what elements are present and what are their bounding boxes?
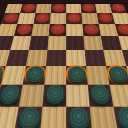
square-c1[interactable] xyxy=(14,107,42,128)
red-piece-h6[interactable] xyxy=(116,24,128,35)
square-h7 xyxy=(112,13,128,24)
teal-piece-c1[interactable] xyxy=(16,107,41,128)
game-scene xyxy=(0,0,128,128)
teal-piece-d2[interactable] xyxy=(44,85,65,104)
square-e1[interactable] xyxy=(66,107,92,128)
square-d4[interactable] xyxy=(46,50,66,66)
red-piece-a7[interactable] xyxy=(2,13,19,22)
checkers-board xyxy=(0,3,128,128)
teal-piece-e1[interactable] xyxy=(67,107,90,128)
teal-piece-e3[interactable] xyxy=(67,66,86,82)
square-e3[interactable] xyxy=(66,66,88,85)
square-h8[interactable] xyxy=(109,4,127,14)
red-piece-c7[interactable] xyxy=(35,13,50,22)
red-piece-e7[interactable] xyxy=(67,13,81,22)
square-d3 xyxy=(44,66,66,85)
square-g2 xyxy=(109,85,128,107)
square-h6[interactable] xyxy=(115,24,128,36)
teal-piece-f2[interactable] xyxy=(89,85,111,104)
red-piece-b6[interactable] xyxy=(15,24,32,35)
square-d1 xyxy=(40,107,66,128)
square-c3[interactable] xyxy=(23,66,46,85)
square-c2 xyxy=(19,85,45,107)
red-piece-b8[interactable] xyxy=(21,4,36,12)
square-d8[interactable] xyxy=(51,4,66,14)
square-c5[interactable] xyxy=(29,36,49,50)
teal-piece-g1[interactable] xyxy=(115,107,128,128)
square-d2[interactable] xyxy=(42,85,66,107)
square-e5[interactable] xyxy=(66,36,85,50)
square-d7 xyxy=(50,13,66,24)
red-piece-h8[interactable] xyxy=(110,4,126,12)
square-e7[interactable] xyxy=(66,13,82,24)
square-c8 xyxy=(35,4,51,14)
teal-piece-b2[interactable] xyxy=(0,85,21,104)
square-g3[interactable] xyxy=(106,66,128,85)
square-e6 xyxy=(66,24,83,36)
square-e2 xyxy=(66,85,90,107)
square-d6[interactable] xyxy=(49,24,66,36)
red-piece-f8[interactable] xyxy=(81,4,95,12)
square-d5 xyxy=(47,36,66,50)
square-f8[interactable] xyxy=(80,4,96,14)
red-piece-d8[interactable] xyxy=(52,4,65,12)
square-c4 xyxy=(26,50,47,66)
square-c7[interactable] xyxy=(33,13,50,24)
square-c6 xyxy=(31,24,49,36)
square-e4 xyxy=(66,50,86,66)
red-piece-d6[interactable] xyxy=(50,24,65,35)
red-piece-f6[interactable] xyxy=(83,24,99,35)
square-e8 xyxy=(66,4,81,14)
red-piece-g7[interactable] xyxy=(98,13,114,22)
